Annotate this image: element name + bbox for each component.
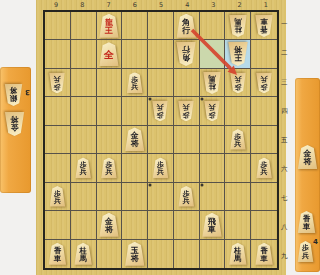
hand-gold-piece[interactable]: 金将 bbox=[297, 145, 318, 169]
square-85[interactable] bbox=[71, 126, 97, 154]
square-13[interactable]: 歩兵 bbox=[251, 69, 277, 97]
square-24[interactable] bbox=[225, 97, 251, 125]
file-label-1: 1 bbox=[264, 1, 268, 9]
rank-label-9: 九 bbox=[281, 251, 288, 260]
square-52[interactable] bbox=[148, 40, 174, 68]
pawn-piece[interactable]: 歩兵 bbox=[152, 157, 169, 178]
square-29[interactable]: 桂馬 bbox=[225, 240, 251, 268]
piece-kanji: 香車 bbox=[54, 247, 62, 262]
piece-kanji: 香車 bbox=[260, 247, 268, 262]
pawn-piece[interactable]: 歩兵 bbox=[256, 72, 273, 93]
square-57[interactable] bbox=[148, 183, 174, 211]
square-76[interactable]: 歩兵 bbox=[97, 154, 123, 182]
pawn-piece[interactable]: 歩兵 bbox=[204, 101, 221, 122]
piece-kanji: 角行 bbox=[182, 45, 190, 61]
piece-kanji: 歩兵 bbox=[209, 103, 216, 117]
square-19[interactable]: 香車 bbox=[251, 240, 277, 268]
piece-kanji: 王将 bbox=[234, 45, 242, 61]
file-label-4: 4 bbox=[185, 1, 189, 9]
bishop-piece[interactable]: 角行 bbox=[176, 42, 197, 66]
shogi-board-grid: 龍王角行桂馬香車全角行王将歩兵歩兵桂馬歩兵歩兵歩兵歩兵歩兵金将歩兵歩兵歩兵歩兵歩… bbox=[43, 10, 279, 270]
piece-kanji: 歩兵 bbox=[302, 245, 309, 259]
pawn-piece[interactable]: 歩兵 bbox=[152, 101, 169, 122]
file-label-5: 5 bbox=[159, 1, 163, 9]
square-91[interactable] bbox=[45, 12, 71, 40]
square-77[interactable] bbox=[97, 183, 123, 211]
square-81[interactable] bbox=[71, 12, 97, 40]
pawn-piece[interactable]: 歩兵 bbox=[178, 186, 195, 207]
promoted-silver-piece[interactable]: 全 bbox=[98, 42, 119, 66]
piece-kanji: 銀将 bbox=[10, 86, 18, 101]
king-piece[interactable]: 玉将 bbox=[124, 242, 145, 266]
square-41[interactable]: 角行 bbox=[174, 12, 200, 40]
hand-silver-piece[interactable]: 銀将 bbox=[4, 84, 23, 106]
piece-kanji: 玉将 bbox=[131, 247, 139, 263]
knight-piece[interactable]: 桂馬 bbox=[203, 72, 222, 94]
pawn-piece[interactable]: 歩兵 bbox=[229, 72, 246, 93]
pawn-piece[interactable]: 歩兵 bbox=[49, 72, 66, 93]
square-18[interactable] bbox=[251, 211, 277, 239]
piece-kanji: 歩兵 bbox=[80, 162, 87, 176]
bishop-piece[interactable]: 角行 bbox=[176, 14, 197, 38]
square-45[interactable] bbox=[174, 126, 200, 154]
rank-label-6: 六 bbox=[281, 164, 288, 173]
piece-kanji: 金将 bbox=[105, 218, 113, 234]
square-62[interactable] bbox=[122, 40, 148, 68]
pawn-piece[interactable]: 歩兵 bbox=[75, 157, 92, 178]
square-21[interactable]: 桂馬 bbox=[225, 12, 251, 40]
square-97[interactable]: 歩兵 bbox=[45, 183, 71, 211]
pawn-piece[interactable]: 歩兵 bbox=[256, 157, 273, 178]
square-32[interactable] bbox=[200, 40, 226, 68]
piece-kanji: 桂馬 bbox=[79, 247, 87, 262]
rook-piece[interactable]: 飛車 bbox=[202, 213, 223, 237]
pawn-piece[interactable]: 歩兵 bbox=[100, 157, 117, 178]
square-98[interactable] bbox=[45, 211, 71, 239]
square-46[interactable] bbox=[174, 154, 200, 182]
gold-piece[interactable]: 金将 bbox=[124, 127, 145, 151]
piece-kanji: 香車 bbox=[303, 215, 311, 230]
square-82[interactable] bbox=[71, 40, 97, 68]
rank-label-5: 五 bbox=[281, 136, 288, 145]
square-75[interactable] bbox=[97, 126, 123, 154]
hand-gold-piece[interactable]: 金将 bbox=[4, 112, 25, 136]
file-label-6: 6 bbox=[133, 1, 137, 9]
square-72[interactable]: 全 bbox=[97, 40, 123, 68]
square-87[interactable] bbox=[71, 183, 97, 211]
square-36[interactable] bbox=[200, 154, 226, 182]
square-31[interactable] bbox=[200, 12, 226, 40]
square-83[interactable] bbox=[71, 69, 97, 97]
file-label-2: 2 bbox=[238, 1, 242, 9]
pawn-piece[interactable]: 歩兵 bbox=[229, 129, 246, 150]
pawn-piece[interactable]: 歩兵 bbox=[126, 72, 143, 93]
piece-kanji: 歩兵 bbox=[157, 162, 164, 176]
piece-kanji: 歩兵 bbox=[105, 162, 112, 176]
square-11[interactable]: 香車 bbox=[251, 12, 277, 40]
piece-kanji: 歩兵 bbox=[131, 76, 138, 90]
rank-label-3: 三 bbox=[281, 78, 288, 87]
square-74[interactable] bbox=[97, 97, 123, 125]
piece-kanji: 全 bbox=[104, 50, 114, 60]
square-55[interactable] bbox=[148, 126, 174, 154]
square-94[interactable] bbox=[45, 97, 71, 125]
square-89[interactable]: 桂馬 bbox=[71, 240, 97, 268]
star-point bbox=[201, 184, 204, 187]
piece-kanji: 歩兵 bbox=[157, 103, 164, 117]
square-23[interactable]: 歩兵 bbox=[225, 69, 251, 97]
square-12[interactable] bbox=[251, 40, 277, 68]
square-33[interactable]: 桂馬 bbox=[200, 69, 226, 97]
square-14[interactable] bbox=[251, 97, 277, 125]
piece-kanji: 歩兵 bbox=[54, 190, 61, 204]
file-label-9: 9 bbox=[54, 1, 58, 9]
square-34[interactable]: 歩兵 bbox=[200, 97, 226, 125]
lance-piece[interactable]: 香車 bbox=[48, 243, 67, 265]
square-73[interactable] bbox=[97, 69, 123, 97]
file-label-7: 7 bbox=[106, 1, 110, 9]
square-92[interactable] bbox=[45, 40, 71, 68]
square-96[interactable] bbox=[45, 154, 71, 182]
piece-kanji: 飛車 bbox=[208, 218, 216, 234]
rank-label-8: 八 bbox=[281, 222, 288, 231]
piece-kanji: 歩兵 bbox=[234, 74, 241, 88]
piece-kanji: 歩兵 bbox=[261, 162, 268, 176]
square-78[interactable]: 金将 bbox=[97, 211, 123, 239]
piece-kanji: 金将 bbox=[304, 150, 312, 166]
square-48[interactable] bbox=[174, 211, 200, 239]
square-37[interactable] bbox=[200, 183, 226, 211]
square-84[interactable] bbox=[71, 97, 97, 125]
square-67[interactable] bbox=[122, 183, 148, 211]
square-95[interactable] bbox=[45, 126, 71, 154]
hand-pawn-piece[interactable]: 歩兵 bbox=[297, 241, 314, 262]
piece-kanji: 金将 bbox=[131, 132, 139, 148]
star-point bbox=[148, 184, 151, 187]
square-51[interactable] bbox=[148, 12, 174, 40]
piece-kanji: 角行 bbox=[182, 19, 190, 35]
square-49[interactable] bbox=[174, 240, 200, 268]
piece-kanji: 金将 bbox=[11, 115, 19, 131]
square-59[interactable] bbox=[148, 240, 174, 268]
knight-piece[interactable]: 桂馬 bbox=[74, 243, 93, 265]
square-69[interactable]: 玉将 bbox=[122, 240, 148, 268]
lance-piece[interactable]: 香車 bbox=[255, 15, 274, 37]
file-label-8: 8 bbox=[80, 1, 84, 9]
piece-kanji: 歩兵 bbox=[261, 74, 268, 88]
square-68[interactable] bbox=[122, 211, 148, 239]
rank-label-7: 七 bbox=[281, 193, 288, 202]
knight-piece[interactable]: 桂馬 bbox=[228, 243, 247, 265]
square-38[interactable]: 飛車 bbox=[200, 211, 226, 239]
gold-piece[interactable]: 金将 bbox=[98, 213, 119, 237]
piece-kanji: 歩兵 bbox=[234, 133, 241, 147]
square-26[interactable] bbox=[225, 154, 251, 182]
square-99[interactable]: 香車 bbox=[45, 240, 71, 268]
piece-kanji: 桂馬 bbox=[208, 74, 216, 89]
knight-piece[interactable]: 桂馬 bbox=[228, 15, 247, 37]
square-35[interactable] bbox=[200, 126, 226, 154]
hand-lance-piece[interactable]: 香車 bbox=[297, 211, 316, 233]
square-71[interactable]: 龍王 bbox=[97, 12, 123, 40]
piece-kanji: 香車 bbox=[260, 17, 268, 32]
star-point bbox=[148, 97, 151, 100]
square-88[interactable] bbox=[71, 211, 97, 239]
square-16[interactable]: 歩兵 bbox=[251, 154, 277, 182]
king-piece[interactable]: 王将 bbox=[227, 42, 248, 66]
square-39[interactable] bbox=[200, 240, 226, 268]
square-28[interactable] bbox=[225, 211, 251, 239]
pawn-piece[interactable]: 歩兵 bbox=[178, 101, 195, 122]
square-66[interactable] bbox=[122, 154, 148, 182]
square-43[interactable] bbox=[174, 69, 200, 97]
square-61[interactable] bbox=[122, 12, 148, 40]
square-58[interactable] bbox=[148, 211, 174, 239]
piece-kanji: 歩兵 bbox=[54, 74, 61, 88]
square-25[interactable]: 歩兵 bbox=[225, 126, 251, 154]
dragon-piece[interactable]: 龍王 bbox=[98, 14, 119, 38]
lance-piece[interactable]: 香車 bbox=[255, 243, 274, 265]
square-79[interactable] bbox=[97, 240, 123, 268]
square-44[interactable]: 歩兵 bbox=[174, 97, 200, 125]
piece-kanji: 桂馬 bbox=[234, 247, 242, 262]
star-point bbox=[201, 97, 204, 100]
square-15[interactable] bbox=[251, 126, 277, 154]
square-56[interactable]: 歩兵 bbox=[148, 154, 174, 182]
square-93[interactable]: 歩兵 bbox=[45, 69, 71, 97]
square-54[interactable]: 歩兵 bbox=[148, 97, 174, 125]
square-17[interactable] bbox=[251, 183, 277, 211]
square-65[interactable]: 金将 bbox=[122, 126, 148, 154]
square-22[interactable]: 王将 bbox=[225, 40, 251, 68]
rank-label-4: 四 bbox=[281, 107, 288, 116]
square-86[interactable]: 歩兵 bbox=[71, 154, 97, 182]
pawn-piece[interactable]: 歩兵 bbox=[49, 186, 66, 207]
shogi-app: 龍王角行桂馬香車全角行王将歩兵歩兵桂馬歩兵歩兵歩兵歩兵歩兵金将歩兵歩兵歩兵歩兵歩… bbox=[0, 0, 320, 275]
square-27[interactable] bbox=[225, 183, 251, 211]
piece-kanji: 歩兵 bbox=[183, 103, 190, 117]
square-53[interactable] bbox=[148, 69, 174, 97]
piece-kanji: 龍王 bbox=[105, 19, 113, 35]
square-63[interactable]: 歩兵 bbox=[122, 69, 148, 97]
piece-kanji: 桂馬 bbox=[234, 17, 242, 32]
square-42[interactable]: 角行 bbox=[174, 40, 200, 68]
piece-kanji: 歩兵 bbox=[183, 190, 190, 204]
rank-label-1: 一 bbox=[281, 20, 288, 29]
square-64[interactable] bbox=[122, 97, 148, 125]
file-label-3: 3 bbox=[211, 1, 215, 9]
hand-count: 3 bbox=[25, 88, 30, 96]
square-47[interactable]: 歩兵 bbox=[174, 183, 200, 211]
hand-count: 4 bbox=[313, 238, 318, 246]
rank-label-2: 二 bbox=[281, 49, 288, 58]
